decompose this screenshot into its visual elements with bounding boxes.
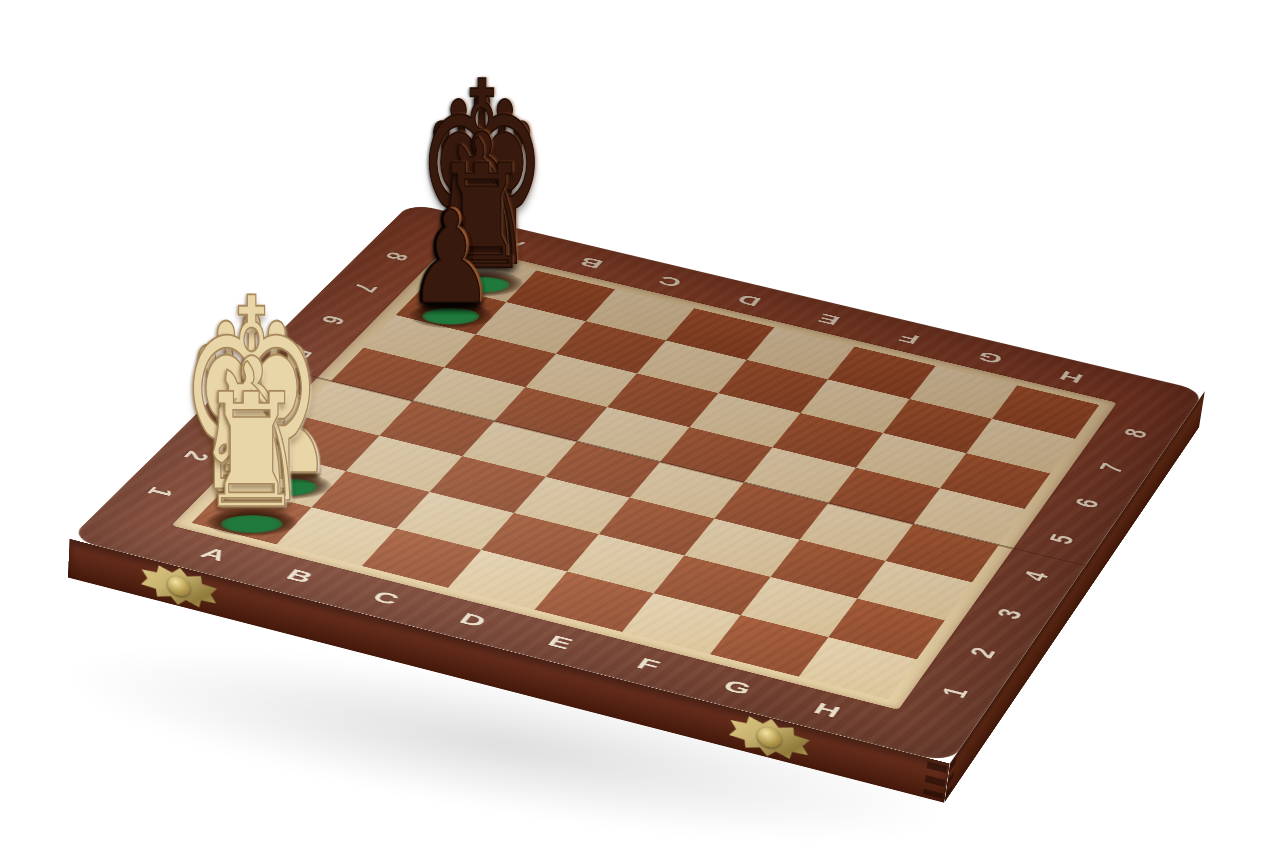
square-e3[interactable] xyxy=(599,498,715,556)
dovetail-joint xyxy=(923,761,947,798)
square-g2[interactable] xyxy=(741,577,858,637)
square-h3[interactable] xyxy=(857,561,972,620)
square-b3[interactable] xyxy=(346,436,462,492)
square-c1[interactable] xyxy=(362,529,481,588)
scene: ABCDEFGH ABCDEFGH 87654321 87654321 ♜♞♝♛… xyxy=(0,0,1280,853)
square-g4[interactable] xyxy=(800,503,913,561)
square-g3[interactable] xyxy=(771,540,886,599)
square-d2[interactable] xyxy=(481,513,599,572)
square-f2[interactable] xyxy=(654,555,771,615)
piece-white-rook[interactable]: ♜ xyxy=(199,412,305,530)
square-f4[interactable] xyxy=(714,483,828,540)
square-c3[interactable] xyxy=(430,456,546,513)
square-e2[interactable] xyxy=(567,534,684,593)
square-h1[interactable] xyxy=(799,637,917,699)
square-d3[interactable] xyxy=(514,477,630,534)
square-h2[interactable] xyxy=(828,599,944,660)
square-f3[interactable] xyxy=(684,519,799,577)
square-e4[interactable] xyxy=(630,462,744,519)
square-d1[interactable] xyxy=(448,550,567,610)
rook-icon: ♜ xyxy=(199,372,305,530)
square-e1[interactable] xyxy=(535,571,654,631)
pawn-icon: ♟ xyxy=(408,195,493,322)
square-h4[interactable] xyxy=(886,524,999,582)
square-g1[interactable] xyxy=(710,615,828,677)
square-f1[interactable] xyxy=(622,593,741,654)
square-c2[interactable] xyxy=(396,492,514,550)
piece-black-pawn[interactable]: ♟ xyxy=(408,227,493,322)
